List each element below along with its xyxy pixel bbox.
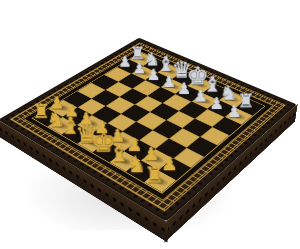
decorative-gold-trim: ♜♞♝♛♚♝♞♜♟♟♟♟♟♟♟♟♟♟♟♟♟♟♟♟♜♞♝♛♚♝♞♜ <box>10 43 286 212</box>
piece-black-pawn[interactable]: ♟ <box>224 103 245 119</box>
chess-set-photo: ♜♞♝♛♚♝♞♜♟♟♟♟♟♟♟♟♟♟♟♟♟♟♟♟♜♞♝♛♚♝♞♜ <box>0 0 300 249</box>
board-frame-studded: ♜♞♝♛♚♝♞♜♟♟♟♟♟♟♟♟♟♟♟♟♟♟♟♟♜♞♝♛♚♝♞♜ <box>0 38 297 222</box>
chess-board: ♜♞♝♛♚♝♞♜♟♟♟♟♟♟♟♟♟♟♟♟♟♟♟♟♜♞♝♛♚♝♞♜ <box>0 38 297 222</box>
piece-white-rook[interactable]: ♜ <box>143 164 167 186</box>
board-mat: ♜♞♝♛♚♝♞♜♟♟♟♟♟♟♟♟♟♟♟♟♟♟♟♟♜♞♝♛♚♝♞♜ <box>23 48 274 201</box>
scene: ♜♞♝♛♚♝♞♜♟♟♟♟♟♟♟♟♟♟♟♟♟♟♟♟♜♞♝♛♚♝♞♜ <box>0 0 300 249</box>
